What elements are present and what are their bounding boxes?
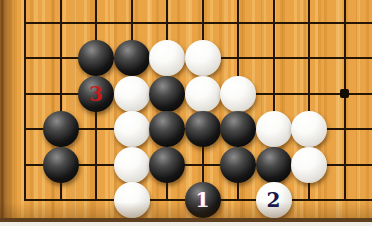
board-bottom-shadow: [0, 202, 372, 219]
black-stone[interactable]: [149, 76, 185, 112]
white-stone[interactable]: [291, 111, 327, 147]
black-stone[interactable]: [149, 111, 185, 147]
white-stone[interactable]: [114, 147, 150, 183]
white-stone[interactable]: [185, 76, 221, 112]
grid-line-vertical: [344, 0, 346, 201]
black-stone[interactable]: [43, 111, 79, 147]
black-stone[interactable]: [149, 147, 185, 183]
star-point: [340, 89, 349, 98]
black-stone[interactable]: [256, 147, 292, 183]
board-left-edge: [0, 0, 16, 222]
go-board[interactable]: 312: [0, 0, 372, 222]
black-stone[interactable]: [114, 40, 150, 76]
white-stone[interactable]: [220, 76, 256, 112]
grid-line-horizontal: [24, 22, 372, 24]
go-diagram-screenshot: 312: [0, 0, 372, 226]
move-number-label: 3: [89, 76, 103, 112]
black-stone[interactable]: 3: [78, 76, 114, 112]
grid-line-vertical: [24, 0, 26, 201]
white-stone[interactable]: [149, 40, 185, 76]
black-stone[interactable]: [220, 147, 256, 183]
black-stone[interactable]: [220, 111, 256, 147]
white-stone[interactable]: [256, 111, 292, 147]
black-stone[interactable]: [43, 147, 79, 183]
white-stone[interactable]: [185, 40, 221, 76]
table-strip: [0, 222, 372, 226]
white-stone[interactable]: [114, 76, 150, 112]
black-stone[interactable]: [185, 111, 221, 147]
black-stone[interactable]: [78, 40, 114, 76]
white-stone[interactable]: [114, 111, 150, 147]
white-stone[interactable]: [291, 147, 327, 183]
